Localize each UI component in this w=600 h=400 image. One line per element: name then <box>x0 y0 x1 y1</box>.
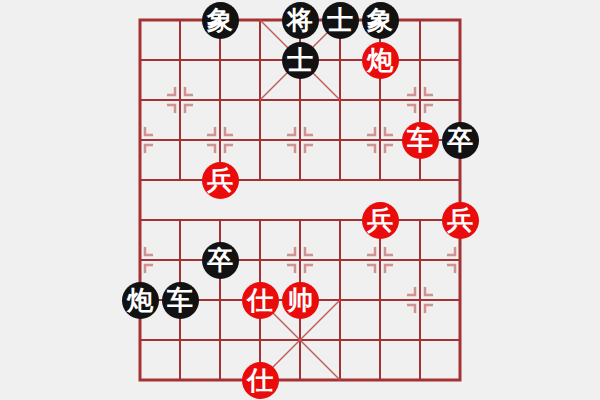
xiangqi-board[interactable]: 象将士象士炮车卒兵兵兵卒炮车仕帅仕 <box>120 0 480 400</box>
piece-black-chariot[interactable]: 车 <box>160 280 200 320</box>
red-chariot-glyph: 车 <box>402 122 439 159</box>
piece-red-soldier[interactable]: 兵 <box>200 160 240 200</box>
black-advisor-glyph: 士 <box>282 42 319 79</box>
black-advisor-glyph: 士 <box>322 2 359 39</box>
piece-black-cannon[interactable]: 炮 <box>120 280 160 320</box>
black-general-glyph: 将 <box>282 2 319 39</box>
red-advisor-glyph: 仕 <box>242 282 279 319</box>
red-general-glyph: 帅 <box>282 282 319 319</box>
piece-black-advisor[interactable]: 士 <box>280 40 320 80</box>
piece-black-advisor[interactable]: 士 <box>320 0 360 40</box>
black-chariot-glyph: 车 <box>162 282 199 319</box>
piece-black-soldier[interactable]: 卒 <box>200 240 240 280</box>
black-soldier-glyph: 卒 <box>442 122 479 159</box>
piece-red-advisor[interactable]: 仕 <box>240 360 280 400</box>
xiangqi-board-area: 象将士象士炮车卒兵兵兵卒炮车仕帅仕 <box>0 0 600 400</box>
piece-red-soldier[interactable]: 兵 <box>360 200 400 240</box>
piece-red-chariot[interactable]: 车 <box>400 120 440 160</box>
piece-red-cannon[interactable]: 炮 <box>360 40 400 80</box>
piece-black-general[interactable]: 将 <box>280 0 320 40</box>
piece-black-elephant[interactable]: 象 <box>200 0 240 40</box>
piece-red-general[interactable]: 帅 <box>280 280 320 320</box>
black-elephant-glyph: 象 <box>202 2 239 39</box>
black-cannon-glyph: 炮 <box>122 282 159 319</box>
piece-black-elephant[interactable]: 象 <box>360 0 400 40</box>
piece-red-advisor[interactable]: 仕 <box>240 280 280 320</box>
red-advisor-glyph: 仕 <box>242 362 279 399</box>
black-elephant-glyph: 象 <box>362 2 399 39</box>
red-soldier-glyph: 兵 <box>362 202 399 239</box>
black-soldier-glyph: 卒 <box>202 242 239 279</box>
red-cannon-glyph: 炮 <box>362 42 399 79</box>
piece-black-soldier[interactable]: 卒 <box>440 120 480 160</box>
piece-red-soldier[interactable]: 兵 <box>440 200 480 240</box>
red-soldier-glyph: 兵 <box>202 162 239 199</box>
red-soldier-glyph: 兵 <box>442 202 479 239</box>
